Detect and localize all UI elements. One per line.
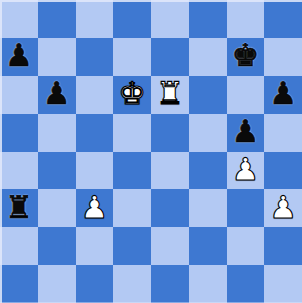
square-b4[interactable] [38,152,76,190]
square-h2[interactable] [264,227,302,265]
square-d5[interactable] [113,114,151,152]
square-c5[interactable] [76,114,114,152]
white-rook-piece[interactable]: ♜ [156,78,184,109]
square-f8[interactable] [189,0,227,38]
square-d3[interactable] [113,189,151,227]
square-b8[interactable] [38,0,76,38]
square-e3[interactable] [151,189,189,227]
square-g6[interactable] [227,76,265,114]
square-g7[interactable]: ♚ [227,38,265,76]
square-a8[interactable] [0,0,38,38]
square-b5[interactable] [38,114,76,152]
square-f7[interactable] [189,38,227,76]
square-a4[interactable] [0,152,38,190]
white-king-piece[interactable]: ♚ [118,78,146,109]
square-a1[interactable] [0,265,38,303]
square-d1[interactable] [113,265,151,303]
square-c4[interactable] [76,152,114,190]
square-c2[interactable] [76,227,114,265]
square-e8[interactable] [151,0,189,38]
square-g2[interactable] [227,227,265,265]
square-c7[interactable] [76,38,114,76]
square-b3[interactable] [38,189,76,227]
black-pawn-piece[interactable]: ♟ [231,116,259,147]
white-pawn-piece[interactable]: ♟ [231,154,259,185]
square-c6[interactable] [76,76,114,114]
white-pawn-piece[interactable]: ♟ [80,192,108,223]
square-c3[interactable]: ♟ [76,189,114,227]
square-f1[interactable] [189,265,227,303]
black-king-piece[interactable]: ♚ [231,40,259,71]
square-h4[interactable] [264,152,302,190]
square-a6[interactable] [0,76,38,114]
square-e4[interactable] [151,152,189,190]
square-f3[interactable] [189,189,227,227]
square-a7[interactable]: ♟ [0,38,38,76]
square-b2[interactable] [38,227,76,265]
black-pawn-piece[interactable]: ♟ [43,78,71,109]
square-h5[interactable] [264,114,302,152]
square-d7[interactable] [113,38,151,76]
square-a3[interactable]: ♜ [0,189,38,227]
square-f5[interactable] [189,114,227,152]
square-e5[interactable] [151,114,189,152]
square-d8[interactable] [113,0,151,38]
black-rook-piece[interactable]: ♜ [5,192,33,223]
square-f2[interactable] [189,227,227,265]
square-h8[interactable] [264,0,302,38]
square-g3[interactable] [227,189,265,227]
black-pawn-piece[interactable]: ♟ [269,78,297,109]
square-a5[interactable] [0,114,38,152]
white-pawn-piece[interactable]: ♟ [269,192,297,223]
square-h6[interactable]: ♟ [264,76,302,114]
square-e1[interactable] [151,265,189,303]
square-e2[interactable] [151,227,189,265]
square-b7[interactable] [38,38,76,76]
square-g1[interactable] [227,265,265,303]
square-b1[interactable] [38,265,76,303]
square-f6[interactable] [189,76,227,114]
square-f4[interactable] [189,152,227,190]
square-h3[interactable]: ♟ [264,189,302,227]
square-c1[interactable] [76,265,114,303]
square-h1[interactable] [264,265,302,303]
square-g8[interactable] [227,0,265,38]
square-e6[interactable]: ♜ [151,76,189,114]
black-pawn-piece[interactable]: ♟ [5,40,33,71]
square-g4[interactable]: ♟ [227,152,265,190]
square-d2[interactable] [113,227,151,265]
square-e7[interactable] [151,38,189,76]
square-a2[interactable] [0,227,38,265]
square-b6[interactable]: ♟ [38,76,76,114]
square-c8[interactable] [76,0,114,38]
chess-board: ♟♚♟♚♜♟♟♟♜♟♟ [0,0,302,303]
square-d6[interactable]: ♚ [113,76,151,114]
square-h7[interactable] [264,38,302,76]
square-d4[interactable] [113,152,151,190]
square-g5[interactable]: ♟ [227,114,265,152]
